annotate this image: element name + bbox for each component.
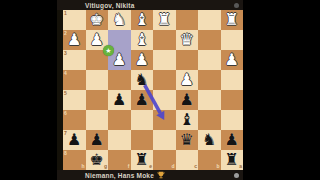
black-pawn[interactable]: ♟ <box>176 90 199 110</box>
rank-label: 6 <box>64 111 67 116</box>
square-b7[interactable]: ♞ <box>198 130 221 150</box>
square-e2[interactable]: ♝ <box>131 30 154 50</box>
black-pawn[interactable]: ♟ <box>86 130 109 150</box>
left-letterbox <box>0 0 57 180</box>
square-a7[interactable]: ♟ <box>221 130 244 150</box>
square-f6[interactable] <box>108 110 131 130</box>
menu-dot-icon[interactable] <box>234 3 239 8</box>
square-b6[interactable] <box>198 110 221 130</box>
square-e1[interactable]: ♝ <box>131 10 154 30</box>
square-h1[interactable]: 1 <box>63 10 86 30</box>
white-pawn[interactable]: ♟ <box>176 70 199 90</box>
square-a3[interactable]: ♟ <box>221 50 244 70</box>
white-pawn[interactable]: ♟ <box>221 50 244 70</box>
square-h5[interactable]: 5 <box>63 90 86 110</box>
white-bishop[interactable]: ♝ <box>131 30 154 50</box>
square-g5[interactable] <box>86 90 109 110</box>
square-e3[interactable]: ♟ <box>131 50 154 70</box>
square-d5[interactable] <box>153 90 176 110</box>
black-pawn[interactable]: ♟ <box>221 130 244 150</box>
square-f3[interactable]: ♟ <box>108 50 131 70</box>
rank-label: 1 <box>64 11 67 16</box>
square-g1[interactable]: ♚ <box>86 10 109 30</box>
white-pawn[interactable]: ♟ <box>86 30 109 50</box>
square-e5[interactable]: ♟ <box>131 90 154 110</box>
white-rook[interactable]: ♜ <box>221 10 244 30</box>
square-c8[interactable]: c <box>176 150 199 170</box>
square-f1[interactable]: ♞ <box>108 10 131 30</box>
square-b4[interactable] <box>198 70 221 90</box>
square-d3[interactable] <box>153 50 176 70</box>
square-c2[interactable]: ♛ <box>176 30 199 50</box>
square-h3[interactable]: 3 <box>63 50 86 70</box>
black-bishop[interactable]: ♝ <box>176 110 199 130</box>
square-g3[interactable] <box>86 50 109 70</box>
square-f2[interactable] <box>108 30 131 50</box>
file-label: d <box>171 164 174 169</box>
square-d7[interactable] <box>153 130 176 150</box>
black-knight[interactable]: ♞ <box>198 130 221 150</box>
rank-label: 2 <box>64 31 67 36</box>
white-queen[interactable]: ♛ <box>176 30 199 50</box>
square-d4[interactable] <box>153 70 176 90</box>
square-f7[interactable] <box>108 130 131 150</box>
square-g4[interactable] <box>86 70 109 90</box>
white-pawn[interactable]: ♟ <box>108 50 131 70</box>
file-label: g <box>104 164 107 169</box>
bottom-player-bar: Niemann, Hans Moke <box>57 170 243 180</box>
file-label: c <box>194 164 197 169</box>
player-name-bottom: Niemann, Hans Moke <box>85 172 154 179</box>
file-label: e <box>149 164 152 169</box>
square-h4[interactable]: 4 <box>63 70 86 90</box>
square-b8[interactable]: b <box>198 150 221 170</box>
player-name-top: Vitiugov, Nikita <box>85 2 135 9</box>
square-g7[interactable]: ♟ <box>86 130 109 150</box>
square-d1[interactable]: ♜ <box>153 10 176 30</box>
file-label: h <box>81 164 84 169</box>
square-g2[interactable]: ♟ <box>86 30 109 50</box>
black-queen[interactable]: ♛ <box>176 130 199 150</box>
square-d2[interactable] <box>153 30 176 50</box>
square-e7[interactable] <box>131 130 154 150</box>
file-label: a <box>239 164 242 169</box>
black-knight[interactable]: ♞ <box>131 70 154 90</box>
rank-label: 4 <box>64 71 67 76</box>
square-f8[interactable]: f <box>108 150 131 170</box>
square-a5[interactable] <box>221 90 244 110</box>
black-pawn[interactable]: ♟ <box>108 90 131 110</box>
rank-label: 8 <box>64 151 67 156</box>
square-e4[interactable]: ♞ <box>131 70 154 90</box>
top-player-bar: Vitiugov, Nikita <box>57 0 243 10</box>
square-b3[interactable] <box>198 50 221 70</box>
square-h8[interactable]: 8h <box>63 150 86 170</box>
square-f5[interactable]: ♟ <box>108 90 131 110</box>
square-h6[interactable]: 6 <box>63 110 86 130</box>
white-bishop[interactable]: ♝ <box>131 10 154 30</box>
square-a4[interactable] <box>221 70 244 90</box>
rank-label: 5 <box>64 91 67 96</box>
square-g6[interactable] <box>86 110 109 130</box>
square-e8[interactable]: e♜ <box>131 150 154 170</box>
white-rook[interactable]: ♜ <box>153 10 176 30</box>
square-a1[interactable]: ♜ <box>221 10 244 30</box>
white-king[interactable]: ♚ <box>86 10 109 30</box>
square-d6[interactable] <box>153 110 176 130</box>
rank-label: 7 <box>64 131 67 136</box>
square-b5[interactable] <box>198 90 221 110</box>
square-f4[interactable] <box>108 70 131 90</box>
square-c5[interactable]: ♟ <box>176 90 199 110</box>
right-letterbox <box>243 0 320 180</box>
file-label: f <box>128 164 130 169</box>
square-c3[interactable] <box>176 50 199 70</box>
file-label: b <box>216 164 219 169</box>
square-b1[interactable] <box>198 10 221 30</box>
menu-dot-icon[interactable] <box>234 173 239 178</box>
square-g8[interactable]: g♚ <box>86 150 109 170</box>
square-h7[interactable]: 7♟ <box>63 130 86 150</box>
square-c1[interactable] <box>176 10 199 30</box>
white-knight[interactable]: ♞ <box>108 10 131 30</box>
square-c7[interactable]: ♛ <box>176 130 199 150</box>
square-a2[interactable] <box>221 30 244 50</box>
square-e6[interactable] <box>131 110 154 130</box>
black-pawn[interactable]: ♟ <box>131 90 154 110</box>
square-c6[interactable]: ♝ <box>176 110 199 130</box>
square-d8[interactable]: d <box>153 150 176 170</box>
square-b2[interactable] <box>198 30 221 50</box>
square-a6[interactable] <box>221 110 244 130</box>
rank-label: 3 <box>64 51 67 56</box>
square-a8[interactable]: a♜ <box>221 150 244 170</box>
square-h2[interactable]: 2♟ <box>63 30 86 50</box>
trophy-icon <box>157 171 165 179</box>
square-c4[interactable]: ♟ <box>176 70 199 90</box>
white-pawn[interactable]: ♟ <box>131 50 154 70</box>
chess-board[interactable]: 1♚♞♝♜♜2♟♟♝♛3♟♟♟4♞♟5♟♟♟6♝7♟♟♛♞♟8hg♚fe♜dcb… <box>63 10 243 170</box>
